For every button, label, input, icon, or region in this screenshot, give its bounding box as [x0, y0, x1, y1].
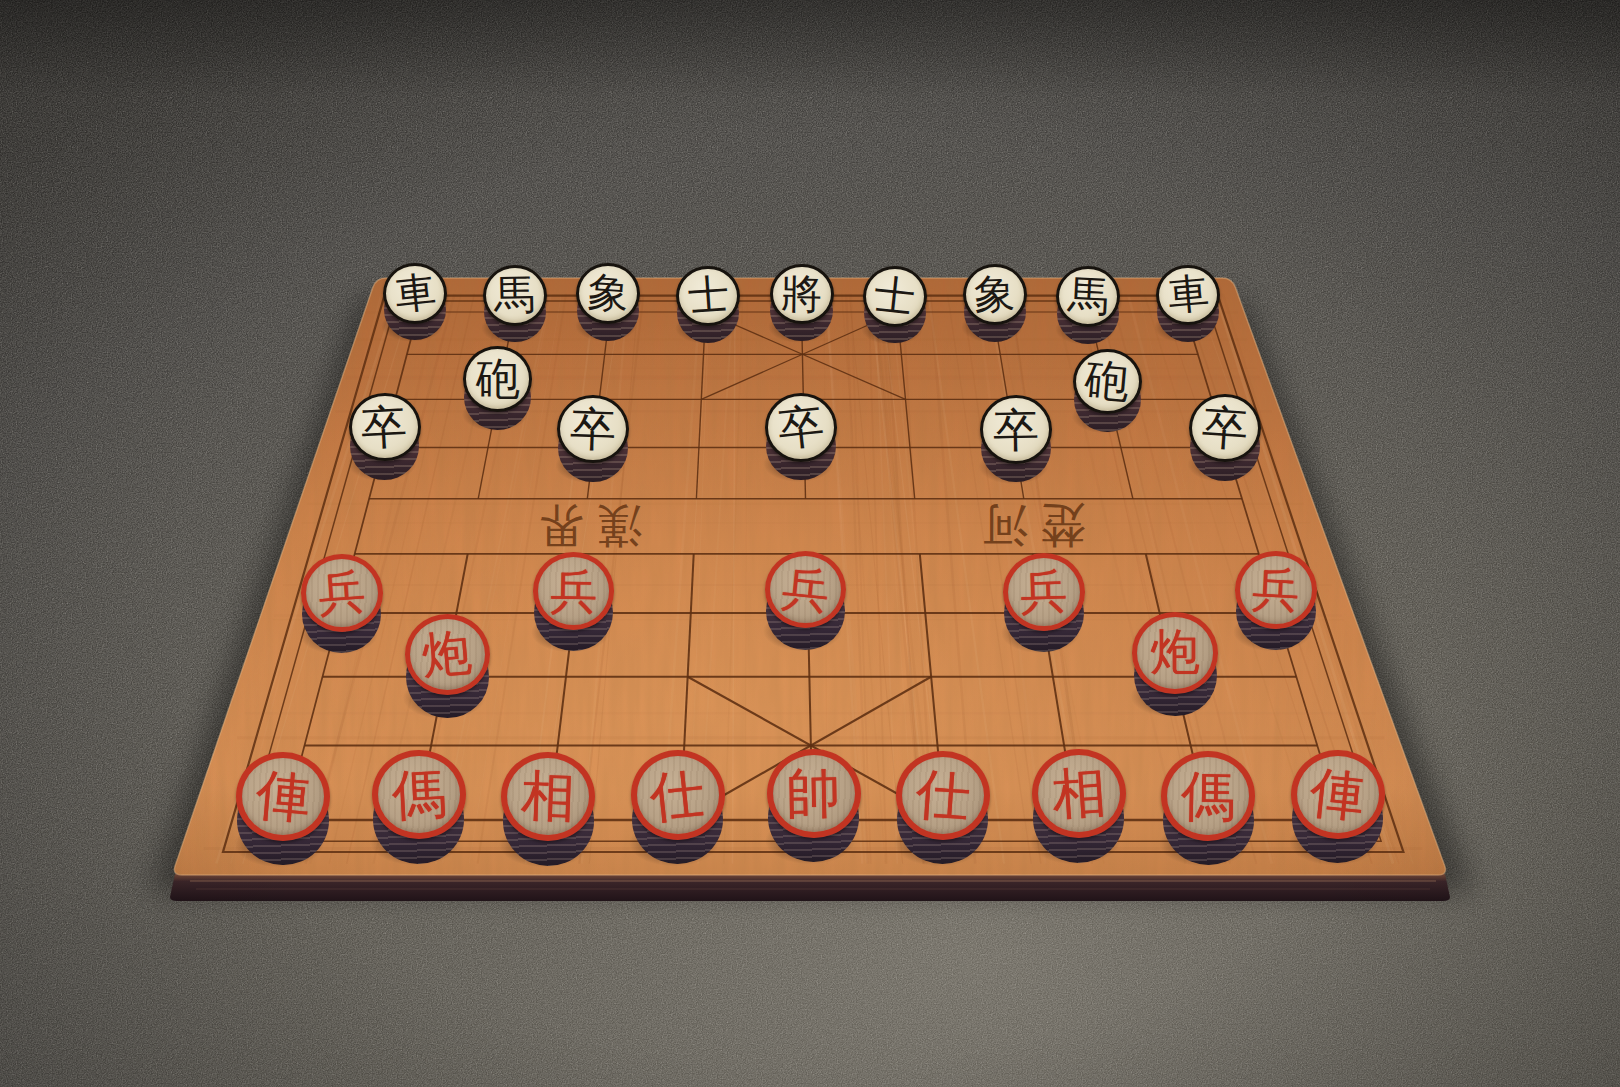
piece-black-elephant[interactable]: 象 — [576, 263, 640, 344]
piece-character: 相 — [1050, 765, 1108, 823]
piece-character: 俥 — [253, 767, 312, 826]
piece-character: 傌 — [1180, 768, 1235, 823]
piece-face: 兵 — [533, 552, 615, 630]
piece-black-general[interactable]: 將 — [770, 264, 834, 345]
piece-character: 車 — [392, 271, 437, 316]
piece-black-cannon[interactable]: 砲 — [463, 346, 532, 433]
piece-face: 兵 — [301, 554, 383, 632]
piece-character: 帥 — [786, 766, 841, 821]
piece-face: 兵 — [1235, 551, 1317, 629]
piece-face: 象 — [576, 263, 640, 324]
piece-character: 炮 — [420, 628, 474, 682]
pieces-layer: 車馬象士將士象馬車砲砲卒卒卒卒卒兵兵兵兵兵炮炮俥傌相仕帥仕相傌俥 — [0, 0, 1620, 1087]
piece-face: 卒 — [980, 395, 1052, 463]
piece-red-horse[interactable]: 傌 — [1161, 751, 1255, 869]
piece-red-soldier[interactable]: 兵 — [765, 551, 847, 654]
piece-character: 兵 — [316, 568, 367, 619]
piece-face: 砲 — [1073, 349, 1142, 415]
piece-character: 兵 — [549, 567, 597, 615]
piece-face: 傌 — [1161, 751, 1255, 840]
piece-face: 卒 — [1189, 394, 1261, 462]
piece-black-cannon[interactable]: 砲 — [1073, 349, 1142, 436]
piece-red-horse[interactable]: 傌 — [372, 750, 466, 868]
piece-character: 卒 — [569, 405, 617, 453]
piece-face: 馬 — [1056, 266, 1120, 327]
piece-face: 車 — [383, 263, 447, 324]
piece-character: 炮 — [1150, 628, 1200, 678]
piece-character: 卒 — [993, 406, 1040, 453]
piece-character: 車 — [1166, 273, 1210, 317]
piece-character: 兵 — [1019, 567, 1068, 616]
piece-face: 士 — [863, 266, 927, 327]
piece-red-soldier[interactable]: 兵 — [1003, 553, 1085, 656]
piece-character: 象 — [974, 273, 1016, 315]
piece-black-soldier[interactable]: 卒 — [557, 395, 629, 486]
piece-face: 相 — [501, 752, 595, 841]
piece-face: 車 — [1156, 265, 1220, 326]
piece-character: 馬 — [494, 275, 536, 317]
piece-black-soldier[interactable]: 卒 — [349, 393, 421, 484]
piece-red-chariot[interactable]: 俥 — [236, 752, 330, 870]
piece-black-chariot[interactable]: 車 — [1156, 265, 1220, 346]
piece-character: 相 — [520, 769, 576, 825]
piece-character: 砲 — [1084, 357, 1132, 405]
piece-character: 卒 — [1200, 403, 1249, 452]
piece-red-cannon[interactable]: 炮 — [405, 614, 491, 722]
piece-character: 砲 — [476, 357, 520, 401]
piece-character: 卒 — [360, 403, 408, 451]
piece-character: 兵 — [1251, 565, 1301, 615]
piece-character: 象 — [586, 272, 630, 316]
piece-face: 傌 — [372, 750, 466, 839]
piece-face: 仕 — [896, 751, 990, 840]
piece-character: 士 — [872, 274, 917, 319]
piece-red-chariot[interactable]: 俥 — [1291, 750, 1385, 868]
piece-black-chariot[interactable]: 車 — [383, 263, 447, 344]
piece-face: 仕 — [631, 750, 725, 839]
piece-black-advisor[interactable]: 士 — [676, 266, 740, 347]
piece-face: 相 — [1032, 749, 1126, 838]
piece-red-soldier[interactable]: 兵 — [533, 552, 615, 655]
piece-character: 傌 — [390, 766, 447, 823]
piece-red-cannon[interactable]: 炮 — [1132, 612, 1218, 720]
piece-face: 士 — [676, 266, 740, 327]
piece-face: 炮 — [405, 614, 491, 695]
piece-face: 卒 — [557, 395, 629, 463]
piece-face: 卒 — [349, 393, 421, 461]
piece-character: 士 — [686, 274, 730, 318]
piece-character: 仕 — [914, 766, 972, 824]
piece-red-elephant[interactable]: 相 — [501, 752, 595, 870]
piece-black-horse[interactable]: 馬 — [483, 265, 547, 346]
piece-face: 俥 — [236, 752, 330, 841]
piece-face: 俥 — [1291, 750, 1385, 839]
piece-face: 帥 — [767, 749, 861, 838]
piece-black-elephant[interactable]: 象 — [963, 264, 1027, 345]
piece-black-advisor[interactable]: 士 — [863, 266, 927, 347]
piece-black-soldier[interactable]: 卒 — [765, 393, 837, 484]
piece-face: 砲 — [463, 346, 532, 412]
piece-character: 將 — [781, 273, 823, 315]
piece-character: 兵 — [779, 563, 831, 615]
piece-red-elephant[interactable]: 相 — [1032, 749, 1126, 867]
piece-character: 仕 — [648, 765, 708, 825]
piece-face: 象 — [963, 264, 1027, 325]
piece-face: 將 — [770, 264, 834, 325]
piece-red-general[interactable]: 帥 — [767, 749, 861, 867]
piece-black-soldier[interactable]: 卒 — [980, 395, 1052, 486]
piece-red-advisor[interactable]: 仕 — [896, 751, 990, 869]
photo-scene: 漢界楚河 車馬象士將士象馬車砲砲卒卒卒卒卒兵兵兵兵兵炮炮俥傌相仕帥仕相傌俥 — [0, 0, 1620, 1087]
piece-red-soldier[interactable]: 兵 — [301, 554, 383, 657]
piece-red-soldier[interactable]: 兵 — [1235, 551, 1317, 654]
piece-character: 卒 — [776, 402, 827, 453]
piece-face: 兵 — [765, 551, 847, 629]
piece-character: 俥 — [1308, 764, 1368, 824]
piece-face: 炮 — [1132, 612, 1218, 693]
piece-character: 馬 — [1067, 275, 1110, 318]
piece-red-advisor[interactable]: 仕 — [631, 750, 725, 868]
piece-face: 卒 — [765, 393, 837, 461]
piece-black-soldier[interactable]: 卒 — [1189, 394, 1261, 485]
piece-face: 兵 — [1003, 553, 1085, 631]
piece-black-horse[interactable]: 馬 — [1056, 266, 1120, 347]
piece-face: 馬 — [483, 265, 547, 326]
